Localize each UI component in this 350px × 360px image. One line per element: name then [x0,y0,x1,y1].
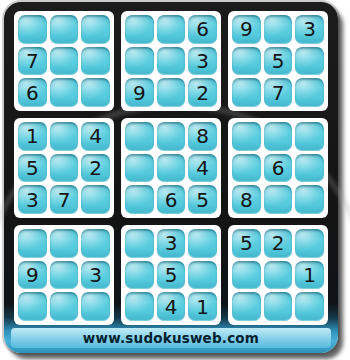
sudoku-cell[interactable]: 3 [18,185,47,214]
sudoku-cell[interactable] [81,78,110,107]
sudoku-cell[interactable]: 2 [81,154,110,183]
sudoku-cell[interactable]: 7 [264,78,293,107]
sudoku-cell[interactable] [18,292,47,321]
sudoku-cell[interactable]: 1 [18,122,47,151]
sudoku-cell[interactable] [232,78,261,107]
sudoku-cell[interactable] [157,15,186,44]
sudoku-cell[interactable] [264,292,293,321]
sudoku-cell[interactable] [295,78,324,107]
sudoku-box: 3541 [121,225,221,325]
sudoku-cell[interactable] [188,261,217,290]
sudoku-cell[interactable]: 1 [188,292,217,321]
sudoku-cell[interactable] [157,122,186,151]
sudoku-cell[interactable]: 7 [18,47,47,76]
sudoku-cell[interactable] [232,122,261,151]
sudoku-cell[interactable]: 1 [295,261,324,290]
sudoku-cell[interactable]: 3 [81,261,110,290]
sudoku-box: 145237 [14,118,114,218]
sudoku-cell[interactable] [295,229,324,258]
sudoku-cell[interactable] [81,47,110,76]
sudoku-cell[interactable]: 6 [264,154,293,183]
sudoku-cell[interactable] [125,122,154,151]
sudoku-cell[interactable] [295,47,324,76]
sudoku-box: 93 [14,225,114,325]
sudoku-cell[interactable] [18,15,47,44]
sudoku-cell[interactable] [81,185,110,214]
sudoku-cell[interactable]: 5 [232,229,261,258]
sudoku-grid: 7663929357145237846568933541521 [14,11,328,325]
sudoku-cell[interactable] [50,261,79,290]
sudoku-cell[interactable] [125,154,154,183]
sudoku-cell[interactable]: 5 [157,261,186,290]
sudoku-box: 9357 [228,11,328,111]
sudoku-cell[interactable] [188,229,217,258]
sudoku-cell[interactable] [295,122,324,151]
sudoku-cell[interactable] [81,229,110,258]
sudoku-cell[interactable]: 5 [264,47,293,76]
sudoku-cell[interactable]: 8 [232,185,261,214]
sudoku-cell[interactable] [295,185,324,214]
sudoku-cell[interactable]: 9 [125,78,154,107]
sudoku-cell[interactable] [264,185,293,214]
sudoku-cell[interactable]: 9 [18,261,47,290]
sudoku-cell[interactable] [50,154,79,183]
sudoku-cell[interactable] [125,15,154,44]
sudoku-cell[interactable]: 5 [188,185,217,214]
sudoku-cell[interactable]: 6 [188,15,217,44]
sudoku-box: 76 [14,11,114,111]
sudoku-cell[interactable] [125,47,154,76]
sudoku-cell[interactable] [81,15,110,44]
sudoku-cell[interactable]: 9 [232,15,261,44]
sudoku-cell[interactable] [157,78,186,107]
sudoku-cell[interactable] [50,47,79,76]
sudoku-cell[interactable] [125,229,154,258]
sudoku-cell[interactable]: 5 [18,154,47,183]
sudoku-box: 6392 [121,11,221,111]
sudoku-cell[interactable]: 2 [188,78,217,107]
sudoku-cell[interactable] [81,292,110,321]
sudoku-cell[interactable] [50,292,79,321]
sudoku-board: 7663929357145237846568933541521 www.sudo… [4,2,338,353]
sudoku-box: 8465 [121,118,221,218]
footer-bar: www.sudokusweb.com [11,328,331,348]
sudoku-cell[interactable] [264,122,293,151]
sudoku-cell[interactable] [295,154,324,183]
sudoku-cell[interactable] [264,15,293,44]
sudoku-cell[interactable]: 2 [264,229,293,258]
sudoku-cell[interactable]: 4 [157,292,186,321]
sudoku-cell[interactable]: 4 [81,122,110,151]
sudoku-cell[interactable]: 6 [18,78,47,107]
sudoku-cell[interactable] [50,15,79,44]
sudoku-cell[interactable] [125,185,154,214]
website-url: www.sudokusweb.com [83,330,259,346]
sudoku-cell[interactable] [50,122,79,151]
sudoku-cell[interactable]: 4 [188,154,217,183]
sudoku-cell[interactable] [232,261,261,290]
sudoku-cell[interactable]: 7 [50,185,79,214]
sudoku-cell[interactable]: 3 [188,47,217,76]
sudoku-cell[interactable] [232,292,261,321]
sudoku-cell[interactable] [232,154,261,183]
sudoku-cell[interactable] [125,261,154,290]
sudoku-cell[interactable] [157,154,186,183]
sudoku-box: 521 [228,225,328,325]
sudoku-cell[interactable] [295,292,324,321]
sudoku-cell[interactable] [125,292,154,321]
sudoku-cell[interactable] [18,229,47,258]
sudoku-cell[interactable] [157,47,186,76]
sudoku-cell[interactable] [50,229,79,258]
sudoku-cell[interactable] [50,78,79,107]
sudoku-cell[interactable]: 3 [157,229,186,258]
sudoku-cell[interactable] [232,47,261,76]
sudoku-box: 68 [228,118,328,218]
sudoku-cell[interactable] [264,261,293,290]
sudoku-cell[interactable]: 6 [157,185,186,214]
sudoku-cell[interactable]: 8 [188,122,217,151]
sudoku-cell[interactable]: 3 [295,15,324,44]
